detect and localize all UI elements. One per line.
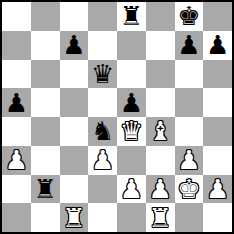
square-c2[interactable] bbox=[60, 175, 89, 204]
square-c3[interactable] bbox=[60, 146, 89, 175]
square-g5[interactable] bbox=[175, 88, 204, 117]
square-d7[interactable] bbox=[88, 31, 117, 60]
square-h7[interactable]: ♟ bbox=[203, 31, 232, 60]
square-b5[interactable] bbox=[31, 88, 60, 117]
square-c7[interactable]: ♟ bbox=[60, 31, 89, 60]
square-h8[interactable] bbox=[203, 2, 232, 31]
square-a1[interactable] bbox=[2, 203, 31, 232]
black-queen-piece: ♛ bbox=[91, 61, 114, 87]
square-a8[interactable] bbox=[2, 2, 31, 31]
white-king-piece: ♚ bbox=[177, 176, 200, 202]
black-knight-piece: ♞ bbox=[91, 118, 114, 144]
square-g1[interactable] bbox=[175, 203, 204, 232]
square-d4[interactable]: ♞ bbox=[88, 117, 117, 146]
square-d2[interactable] bbox=[88, 175, 117, 204]
square-b6[interactable] bbox=[31, 60, 60, 89]
square-g3[interactable]: ♟ bbox=[175, 146, 204, 175]
square-f3[interactable] bbox=[146, 146, 175, 175]
square-a6[interactable] bbox=[2, 60, 31, 89]
square-c5[interactable] bbox=[60, 88, 89, 117]
square-b1[interactable] bbox=[31, 203, 60, 232]
square-b8[interactable] bbox=[31, 2, 60, 31]
square-b2[interactable]: ♜ bbox=[31, 175, 60, 204]
white-pawn-piece: ♟ bbox=[5, 147, 28, 173]
black-rook-piece: ♜ bbox=[33, 176, 56, 202]
black-pawn-piece: ♟ bbox=[177, 32, 200, 58]
square-a7[interactable] bbox=[2, 31, 31, 60]
square-d8[interactable] bbox=[88, 2, 117, 31]
chess-board: ♜♚♟♟♟♛♟♟♞♛♝♟♟♟♜♟♟♚♟♜♜ bbox=[0, 0, 234, 234]
square-g2[interactable]: ♚ bbox=[175, 175, 204, 204]
square-h3[interactable] bbox=[203, 146, 232, 175]
white-pawn-piece: ♟ bbox=[206, 176, 229, 202]
black-king-piece: ♚ bbox=[177, 3, 200, 29]
square-a4[interactable] bbox=[2, 117, 31, 146]
square-f8[interactable] bbox=[146, 2, 175, 31]
white-pawn-piece: ♟ bbox=[120, 176, 143, 202]
square-f7[interactable] bbox=[146, 31, 175, 60]
square-e7[interactable] bbox=[117, 31, 146, 60]
square-h6[interactable] bbox=[203, 60, 232, 89]
white-rook-piece: ♜ bbox=[62, 205, 85, 231]
square-c6[interactable] bbox=[60, 60, 89, 89]
square-e6[interactable] bbox=[117, 60, 146, 89]
square-e3[interactable] bbox=[117, 146, 146, 175]
square-g7[interactable]: ♟ bbox=[175, 31, 204, 60]
black-pawn-piece: ♟ bbox=[206, 32, 229, 58]
square-c8[interactable] bbox=[60, 2, 89, 31]
white-queen-piece: ♛ bbox=[120, 118, 143, 144]
square-e5[interactable]: ♟ bbox=[117, 88, 146, 117]
square-a5[interactable]: ♟ bbox=[2, 88, 31, 117]
white-rook-piece: ♜ bbox=[148, 205, 171, 231]
square-f6[interactable] bbox=[146, 60, 175, 89]
white-pawn-piece: ♟ bbox=[148, 176, 171, 202]
square-f4[interactable]: ♝ bbox=[146, 117, 175, 146]
black-pawn-piece: ♟ bbox=[62, 32, 85, 58]
square-f2[interactable]: ♟ bbox=[146, 175, 175, 204]
black-pawn-piece: ♟ bbox=[120, 90, 143, 116]
square-c1[interactable]: ♜ bbox=[60, 203, 89, 232]
white-bishop-piece: ♝ bbox=[148, 118, 171, 144]
white-pawn-piece: ♟ bbox=[91, 147, 114, 173]
square-b3[interactable] bbox=[31, 146, 60, 175]
square-f1[interactable]: ♜ bbox=[146, 203, 175, 232]
square-g4[interactable] bbox=[175, 117, 204, 146]
square-h5[interactable] bbox=[203, 88, 232, 117]
square-e4[interactable]: ♛ bbox=[117, 117, 146, 146]
square-a2[interactable] bbox=[2, 175, 31, 204]
square-a3[interactable]: ♟ bbox=[2, 146, 31, 175]
square-e8[interactable]: ♜ bbox=[117, 2, 146, 31]
square-g6[interactable] bbox=[175, 60, 204, 89]
square-d1[interactable] bbox=[88, 203, 117, 232]
square-b4[interactable] bbox=[31, 117, 60, 146]
black-rook-piece: ♜ bbox=[120, 3, 143, 29]
square-h4[interactable] bbox=[203, 117, 232, 146]
square-h2[interactable]: ♟ bbox=[203, 175, 232, 204]
black-pawn-piece: ♟ bbox=[5, 90, 28, 116]
square-c4[interactable] bbox=[60, 117, 89, 146]
square-f5[interactable] bbox=[146, 88, 175, 117]
square-e1[interactable] bbox=[117, 203, 146, 232]
square-h1[interactable] bbox=[203, 203, 232, 232]
square-b7[interactable] bbox=[31, 31, 60, 60]
square-d5[interactable] bbox=[88, 88, 117, 117]
white-pawn-piece: ♟ bbox=[177, 147, 200, 173]
square-d3[interactable]: ♟ bbox=[88, 146, 117, 175]
square-d6[interactable]: ♛ bbox=[88, 60, 117, 89]
square-e2[interactable]: ♟ bbox=[117, 175, 146, 204]
square-g8[interactable]: ♚ bbox=[175, 2, 204, 31]
